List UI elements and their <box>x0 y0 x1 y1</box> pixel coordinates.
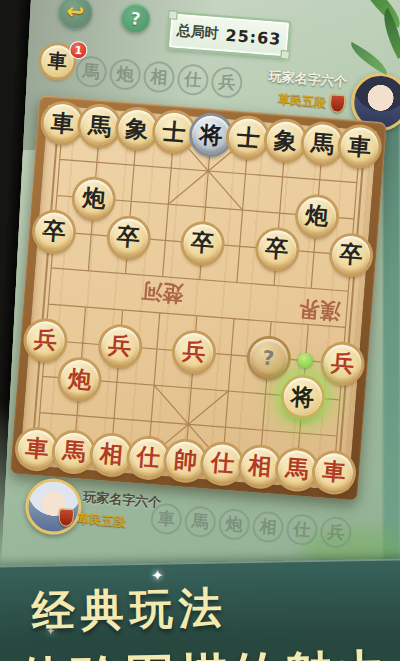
captured-slot: 馬 <box>184 505 217 538</box>
question-mark-icon: ? <box>130 8 141 29</box>
captured-slot: 車 <box>150 502 183 535</box>
captured-slot: 仕 <box>176 63 209 96</box>
help-button[interactable]: ? <box>120 2 151 33</box>
bottom-player-name: 玩家名字六个 <box>83 488 162 512</box>
timer-value: 25:63 <box>225 25 282 48</box>
rank-label: 草民五段 <box>77 510 126 531</box>
timer-label: 总局时 <box>176 22 219 43</box>
captured-tray-top: 馬炮相仕兵 <box>75 55 244 99</box>
promo-banner: ✦ ✦ 经典玩法 体验围棋的魅力 <box>0 558 400 661</box>
captured-tray-bottom: 車馬炮相仕兵 <box>150 502 353 549</box>
captured-slot: 兵 <box>319 516 352 549</box>
xiangqi-board: 楚河 漢界 車馬象士将士象馬車炮炮卒卒卒卒卒兵兵兵?兵炮将車馬相仕帥仕相馬車 <box>10 95 387 500</box>
captured-slot: 相 <box>251 510 284 543</box>
back-arrow-icon: ↩ <box>66 0 85 24</box>
captured-slot: 炮 <box>217 508 250 541</box>
screenshot-frame: ↩ ? 总局时 25:63 車 1 馬炮相仕兵 玩家名字六个 草民五段 楚河 漢… <box>0 0 400 661</box>
captured-slot: 仕 <box>285 513 318 546</box>
captured-slot: 炮 <box>108 58 141 91</box>
rank-shield-icon <box>58 508 74 527</box>
board-grid[interactable]: 楚河 漢界 車馬象士将士象馬車炮炮卒卒卒卒卒兵兵兵?兵炮将車馬相仕帥仕相馬車 <box>20 105 377 491</box>
top-player-rank: 草民五段 <box>233 86 346 113</box>
banner-title: 经典玩法 <box>31 580 228 641</box>
rank-shield-icon <box>329 94 345 113</box>
captured-slot: 相 <box>142 60 175 93</box>
back-button[interactable]: ↩ <box>57 0 94 30</box>
captured-slot: 馬 <box>75 55 108 88</box>
total-game-timer: 总局时 25:63 <box>167 11 292 58</box>
rank-label: 草民五段 <box>278 91 327 112</box>
banner-subtitle: 体验围棋的魅力 <box>18 641 390 661</box>
bottom-player-avatar[interactable] <box>23 476 83 536</box>
